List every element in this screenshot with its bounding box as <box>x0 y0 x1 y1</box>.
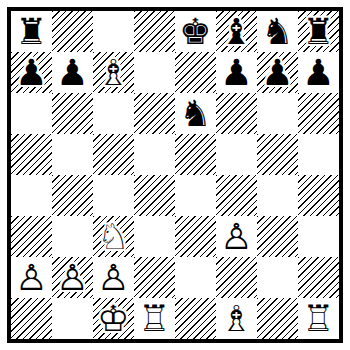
black-pawn-glyph: ♟ <box>257 52 298 93</box>
square-h5[interactable] <box>298 134 339 175</box>
square-e4[interactable] <box>175 175 216 216</box>
square-d1[interactable]: ♜♖ <box>134 298 175 339</box>
chess-diagram-page: ♜♜♚♚♝♝♞♞♜♜♟♟♟♟♝♗♟♟♟♟♟♟♞♞♞♘♟♙♟♙♟♙♟♙♚♔♜♖♝♗… <box>0 0 350 350</box>
square-c5[interactable] <box>93 134 134 175</box>
square-c2[interactable]: ♟♙ <box>93 257 134 298</box>
black-pawn-g7[interactable]: ♟♟ <box>257 52 298 93</box>
square-a2[interactable]: ♟♙ <box>11 257 52 298</box>
square-c6[interactable] <box>93 93 134 134</box>
black-rook-h8[interactable]: ♜♜ <box>298 11 339 52</box>
black-pawn-f7[interactable]: ♟♟ <box>216 52 257 93</box>
black-knight-glyph: ♞ <box>175 93 216 134</box>
black-pawn-a7[interactable]: ♟♟ <box>11 52 52 93</box>
square-f5[interactable] <box>216 134 257 175</box>
black-pawn-b7[interactable]: ♟♟ <box>52 52 93 93</box>
square-g7[interactable]: ♟♟ <box>257 52 298 93</box>
square-d4[interactable] <box>134 175 175 216</box>
black-pawn-glyph: ♟ <box>11 52 52 93</box>
black-pawn-glyph: ♟ <box>298 52 339 93</box>
square-h3[interactable] <box>298 216 339 257</box>
square-h1[interactable]: ♜♖ <box>298 298 339 339</box>
square-f4[interactable] <box>216 175 257 216</box>
black-bishop-glyph: ♝ <box>216 11 257 52</box>
square-g8[interactable]: ♞♞ <box>257 11 298 52</box>
black-knight-glyph: ♞ <box>257 11 298 52</box>
square-f6[interactable] <box>216 93 257 134</box>
white-rook-h1[interactable]: ♜♖ <box>298 298 339 339</box>
square-e7[interactable] <box>175 52 216 93</box>
black-pawn-glyph: ♟ <box>216 52 257 93</box>
white-bishop-glyph: ♗ <box>93 52 134 93</box>
white-pawn-f3[interactable]: ♟♙ <box>216 216 257 257</box>
white-pawn-a2[interactable]: ♟♙ <box>11 257 52 298</box>
square-c7[interactable]: ♝♗ <box>93 52 134 93</box>
white-rook-d1[interactable]: ♜♖ <box>134 298 175 339</box>
white-knight-glyph: ♘ <box>93 216 134 257</box>
square-a1[interactable] <box>11 298 52 339</box>
square-a6[interactable] <box>11 93 52 134</box>
white-king-glyph: ♔ <box>93 298 134 339</box>
white-bishop-c7[interactable]: ♝♗ <box>93 52 134 93</box>
white-pawn-c2[interactable]: ♟♙ <box>93 257 134 298</box>
square-d5[interactable] <box>134 134 175 175</box>
white-pawn-glyph: ♙ <box>52 257 93 298</box>
square-d6[interactable] <box>134 93 175 134</box>
black-bishop-f8[interactable]: ♝♝ <box>216 11 257 52</box>
square-e3[interactable] <box>175 216 216 257</box>
square-f7[interactable]: ♟♟ <box>216 52 257 93</box>
square-g4[interactable] <box>257 175 298 216</box>
white-pawn-glyph: ♙ <box>11 257 52 298</box>
square-b6[interactable] <box>52 93 93 134</box>
black-rook-glyph: ♜ <box>11 11 52 52</box>
square-g1[interactable] <box>257 298 298 339</box>
white-bishop-f1[interactable]: ♝♗ <box>216 298 257 339</box>
chess-board: ♜♜♚♚♝♝♞♞♜♜♟♟♟♟♝♗♟♟♟♟♟♟♞♞♞♘♟♙♟♙♟♙♟♙♚♔♜♖♝♗… <box>11 11 339 339</box>
square-d3[interactable] <box>134 216 175 257</box>
square-a5[interactable] <box>11 134 52 175</box>
black-pawn-glyph: ♟ <box>52 52 93 93</box>
square-c8[interactable] <box>93 11 134 52</box>
square-e5[interactable] <box>175 134 216 175</box>
square-g2[interactable] <box>257 257 298 298</box>
black-king-glyph: ♚ <box>175 11 216 52</box>
square-e8[interactable]: ♚♚ <box>175 11 216 52</box>
square-b2[interactable]: ♟♙ <box>52 257 93 298</box>
white-bishop-glyph: ♗ <box>216 298 257 339</box>
black-king-e8[interactable]: ♚♚ <box>175 11 216 52</box>
square-b3[interactable] <box>52 216 93 257</box>
square-b5[interactable] <box>52 134 93 175</box>
square-e6[interactable]: ♞♞ <box>175 93 216 134</box>
square-c1[interactable]: ♚♔ <box>93 298 134 339</box>
white-pawn-glyph: ♙ <box>93 257 134 298</box>
white-pawn-glyph: ♙ <box>216 216 257 257</box>
square-b7[interactable]: ♟♟ <box>52 52 93 93</box>
square-h2[interactable] <box>298 257 339 298</box>
square-e1[interactable] <box>175 298 216 339</box>
square-f3[interactable]: ♟♙ <box>216 216 257 257</box>
white-pawn-b2[interactable]: ♟♙ <box>52 257 93 298</box>
square-g6[interactable] <box>257 93 298 134</box>
board-frame: ♜♜♚♚♝♝♞♞♜♜♟♟♟♟♝♗♟♟♟♟♟♟♞♞♞♘♟♙♟♙♟♙♟♙♚♔♜♖♝♗… <box>7 7 343 343</box>
square-d7[interactable] <box>134 52 175 93</box>
square-a7[interactable]: ♟♟ <box>11 52 52 93</box>
square-d2[interactable] <box>134 257 175 298</box>
square-f1[interactable]: ♝♗ <box>216 298 257 339</box>
square-b1[interactable] <box>52 298 93 339</box>
square-h4[interactable] <box>298 175 339 216</box>
square-g3[interactable] <box>257 216 298 257</box>
square-a4[interactable] <box>11 175 52 216</box>
black-rook-a8[interactable]: ♜♜ <box>11 11 52 52</box>
square-f8[interactable]: ♝♝ <box>216 11 257 52</box>
square-h6[interactable] <box>298 93 339 134</box>
square-a3[interactable] <box>11 216 52 257</box>
black-knight-e6[interactable]: ♞♞ <box>175 93 216 134</box>
white-knight-c3[interactable]: ♞♘ <box>93 216 134 257</box>
square-b8[interactable] <box>52 11 93 52</box>
square-a8[interactable]: ♜♜ <box>11 11 52 52</box>
black-rook-glyph: ♜ <box>298 11 339 52</box>
square-e2[interactable] <box>175 257 216 298</box>
black-pawn-h7[interactable]: ♟♟ <box>298 52 339 93</box>
white-rook-glyph: ♖ <box>134 298 175 339</box>
square-g5[interactable] <box>257 134 298 175</box>
square-h7[interactable]: ♟♟ <box>298 52 339 93</box>
square-c4[interactable] <box>93 175 134 216</box>
square-h8[interactable]: ♜♜ <box>298 11 339 52</box>
square-d8[interactable] <box>134 11 175 52</box>
square-c3[interactable]: ♞♘ <box>93 216 134 257</box>
white-rook-glyph: ♖ <box>298 298 339 339</box>
black-knight-g8[interactable]: ♞♞ <box>257 11 298 52</box>
white-king-c1[interactable]: ♚♔ <box>93 298 134 339</box>
square-b4[interactable] <box>52 175 93 216</box>
square-f2[interactable] <box>216 257 257 298</box>
